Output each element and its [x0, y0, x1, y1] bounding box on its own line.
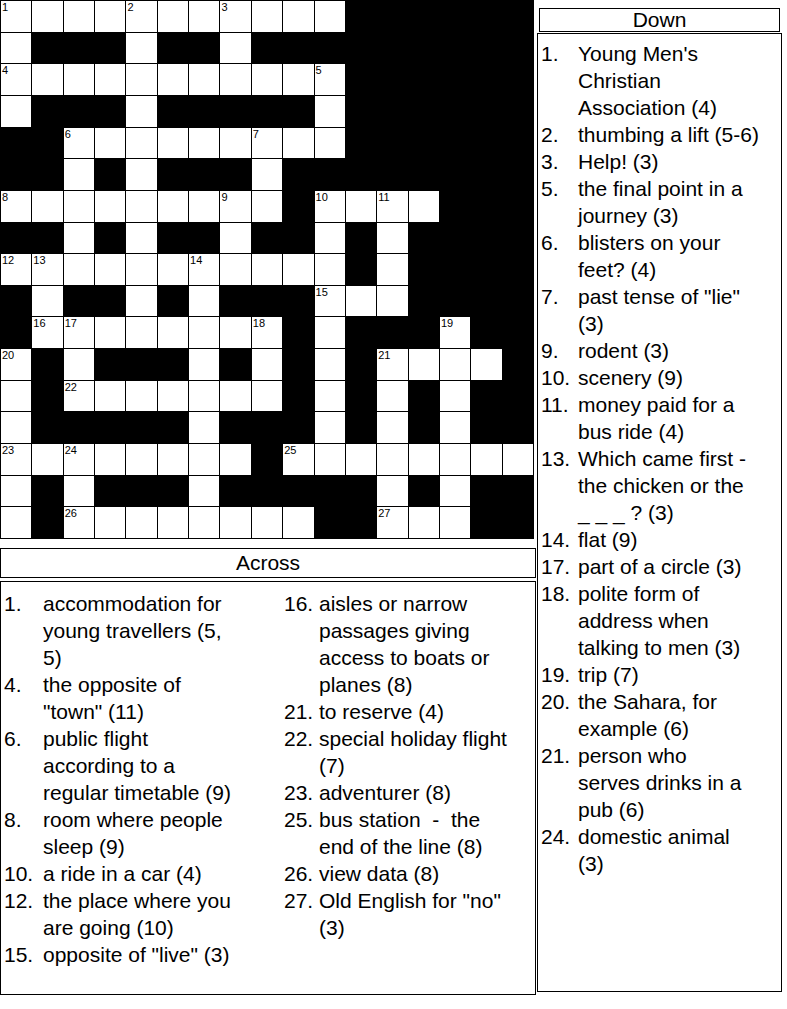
- clue-number: 1.: [541, 40, 578, 121]
- white-cell[interactable]: [64, 476, 95, 508]
- white-cell[interactable]: 10: [315, 191, 346, 223]
- white-cell[interactable]: [440, 349, 471, 381]
- cell-clue-number: 16: [33, 317, 45, 329]
- white-cell[interactable]: [189, 64, 220, 96]
- clue-number: 10.: [541, 364, 578, 391]
- cell-clue-number: 8: [2, 191, 8, 203]
- white-cell[interactable]: 20: [1, 349, 32, 381]
- white-cell[interactable]: [315, 254, 346, 286]
- white-cell[interactable]: [1, 96, 32, 128]
- white-cell[interactable]: [440, 476, 471, 508]
- black-cell: [503, 286, 534, 318]
- white-cell[interactable]: [315, 96, 346, 128]
- clue-down-24: 24.domestic animal (3): [541, 823, 779, 877]
- clue-across-4: 4.the opposite of "town" (11): [4, 671, 256, 725]
- black-cell: [252, 286, 283, 318]
- clue-number: 11.: [541, 391, 578, 445]
- clue-text: view data (8): [319, 860, 534, 887]
- white-cell[interactable]: [471, 444, 502, 476]
- clue-number: 8.: [4, 806, 43, 860]
- white-cell[interactable]: [409, 349, 440, 381]
- black-cell: [32, 96, 63, 128]
- white-cell[interactable]: [64, 191, 95, 223]
- clue-down-19: 19.trip (7): [541, 661, 779, 688]
- white-cell[interactable]: 15: [315, 286, 346, 318]
- white-cell[interactable]: 12: [1, 254, 32, 286]
- clue-text: part of a circle (3): [578, 553, 774, 580]
- white-cell[interactable]: [95, 1, 126, 33]
- white-cell[interactable]: 21: [377, 349, 408, 381]
- white-cell[interactable]: [158, 1, 189, 33]
- white-cell[interactable]: [315, 317, 346, 349]
- white-cell[interactable]: [1, 412, 32, 444]
- black-cell: [1, 317, 32, 349]
- clue-text: accommodation for young travellers (5, 5…: [43, 590, 254, 671]
- clue-down-5: 5.the final point in a journey (3): [541, 175, 779, 229]
- white-cell[interactable]: [64, 349, 95, 381]
- white-cell[interactable]: [189, 286, 220, 318]
- white-cell[interactable]: [1, 33, 32, 65]
- clue-text: to reserve (4): [319, 698, 534, 725]
- white-cell[interactable]: [220, 128, 251, 160]
- white-cell[interactable]: 17: [64, 317, 95, 349]
- black-cell: [471, 223, 502, 255]
- across-title: Across: [236, 551, 300, 574]
- black-cell: [1, 223, 32, 255]
- black-cell: [158, 33, 189, 65]
- white-cell[interactable]: [409, 191, 440, 223]
- white-cell[interactable]: [95, 128, 126, 160]
- white-cell[interactable]: [283, 1, 314, 33]
- white-cell[interactable]: [377, 476, 408, 508]
- white-cell[interactable]: [126, 444, 157, 476]
- white-cell[interactable]: [158, 444, 189, 476]
- black-cell: [471, 286, 502, 318]
- cell-clue-number: 22: [65, 381, 77, 393]
- clue-across-27: 27.Old English for "no" (3): [284, 887, 535, 941]
- black-cell: [346, 254, 377, 286]
- black-cell: [32, 223, 63, 255]
- white-cell[interactable]: [189, 507, 220, 539]
- black-cell: [440, 223, 471, 255]
- black-cell: [95, 286, 126, 318]
- cell-clue-number: 27: [378, 507, 390, 519]
- white-cell[interactable]: [158, 317, 189, 349]
- white-cell[interactable]: [126, 254, 157, 286]
- white-cell[interactable]: [346, 286, 377, 318]
- black-cell: [503, 317, 534, 349]
- white-cell[interactable]: [440, 412, 471, 444]
- black-cell: [220, 412, 251, 444]
- cell-clue-number: 14: [190, 254, 202, 266]
- clue-text: a ride in a car (4): [43, 860, 254, 887]
- white-cell[interactable]: [95, 191, 126, 223]
- white-cell[interactable]: [315, 381, 346, 413]
- white-cell[interactable]: [189, 191, 220, 223]
- black-cell: [409, 254, 440, 286]
- white-cell[interactable]: [252, 191, 283, 223]
- clue-text: Old English for "no" (3): [319, 887, 534, 941]
- white-cell[interactable]: [220, 64, 251, 96]
- clue-number: 20.: [541, 688, 578, 742]
- white-cell[interactable]: [220, 254, 251, 286]
- black-cell: [346, 317, 377, 349]
- white-cell[interactable]: 11: [377, 191, 408, 223]
- white-cell[interactable]: [95, 64, 126, 96]
- white-cell[interactable]: [189, 444, 220, 476]
- white-cell[interactable]: 4: [1, 64, 32, 96]
- white-cell[interactable]: 27: [377, 507, 408, 539]
- white-cell[interactable]: [377, 223, 408, 255]
- white-cell[interactable]: [126, 286, 157, 318]
- clue-text: past tense of "lie" (3): [578, 283, 774, 337]
- black-cell: [64, 96, 95, 128]
- black-cell: [440, 64, 471, 96]
- white-cell[interactable]: [220, 444, 251, 476]
- black-cell: [158, 349, 189, 381]
- black-cell: [283, 223, 314, 255]
- clue-text: the final point in a journey (3): [578, 175, 774, 229]
- white-cell[interactable]: [220, 223, 251, 255]
- white-cell[interactable]: [189, 128, 220, 160]
- cell-clue-number: 1: [2, 1, 8, 13]
- white-cell[interactable]: [220, 381, 251, 413]
- white-cell[interactable]: [64, 159, 95, 191]
- black-cell: [189, 159, 220, 191]
- white-cell[interactable]: [220, 33, 251, 65]
- black-cell: [440, 191, 471, 223]
- clue-text: aisles or narrow passages giving access …: [319, 590, 534, 698]
- white-cell[interactable]: [189, 476, 220, 508]
- clue-number: 2.: [541, 121, 578, 148]
- clue-down-13: 13.Which came first - the chicken or the…: [541, 445, 779, 526]
- white-cell[interactable]: [377, 412, 408, 444]
- white-cell[interactable]: [64, 64, 95, 96]
- white-cell[interactable]: [95, 444, 126, 476]
- clue-across-22: 22.special holiday flight (7): [284, 725, 535, 779]
- white-cell[interactable]: [126, 159, 157, 191]
- white-cell[interactable]: [377, 444, 408, 476]
- white-cell[interactable]: [126, 96, 157, 128]
- white-cell[interactable]: 6: [64, 128, 95, 160]
- black-cell: [252, 476, 283, 508]
- white-cell[interactable]: [346, 444, 377, 476]
- clue-text: Help! (3): [578, 148, 774, 175]
- clue-number: 21.: [284, 698, 319, 725]
- clue-number: 12.: [4, 887, 43, 941]
- black-cell: [1, 128, 32, 160]
- white-cell[interactable]: [126, 128, 157, 160]
- black-cell: [126, 412, 157, 444]
- clue-text: person who serves drinks in a pub (6): [578, 742, 774, 823]
- clue-text: the place where you are going (10): [43, 887, 254, 941]
- down-clues-panel: 1.Young Men's Christian Association (4)2…: [537, 33, 782, 992]
- white-cell[interactable]: [126, 223, 157, 255]
- white-cell[interactable]: [158, 254, 189, 286]
- black-cell: [409, 64, 440, 96]
- clue-number: 26.: [284, 860, 319, 887]
- white-cell[interactable]: 2: [126, 1, 157, 33]
- black-cell: [346, 33, 377, 65]
- white-cell[interactable]: [409, 507, 440, 539]
- white-cell[interactable]: [95, 317, 126, 349]
- clue-number: 21.: [541, 742, 578, 823]
- black-cell: [409, 476, 440, 508]
- black-cell: [471, 476, 502, 508]
- white-cell[interactable]: [126, 64, 157, 96]
- white-cell[interactable]: [32, 191, 63, 223]
- black-cell: [189, 33, 220, 65]
- cell-clue-number: 21: [378, 349, 390, 361]
- black-cell: [95, 223, 126, 255]
- clue-across-10: 10.a ride in a car (4): [4, 860, 256, 887]
- white-cell[interactable]: [1, 507, 32, 539]
- black-cell: [346, 349, 377, 381]
- black-cell: [346, 159, 377, 191]
- white-cell[interactable]: [283, 254, 314, 286]
- black-cell: [346, 64, 377, 96]
- white-cell[interactable]: [440, 381, 471, 413]
- white-cell[interactable]: [315, 223, 346, 255]
- white-cell[interactable]: 9: [220, 191, 251, 223]
- white-cell[interactable]: 25: [283, 444, 314, 476]
- black-cell: [471, 64, 502, 96]
- clue-across-12: 12.the place where you are going (10): [4, 887, 256, 941]
- black-cell: [346, 412, 377, 444]
- white-cell[interactable]: [252, 254, 283, 286]
- clue-down-1: 1.Young Men's Christian Association (4): [541, 40, 779, 121]
- black-cell: [283, 317, 314, 349]
- black-cell: [471, 317, 502, 349]
- cell-clue-number: 19: [441, 317, 453, 329]
- clue-text: the Sahara, for example (6): [578, 688, 774, 742]
- cell-clue-number: 25: [284, 444, 296, 456]
- black-cell: [377, 317, 408, 349]
- black-cell: [409, 381, 440, 413]
- black-cell: [1, 159, 32, 191]
- cell-clue-number: 17: [65, 317, 77, 329]
- white-cell[interactable]: [315, 128, 346, 160]
- clue-text: trip (7): [578, 661, 774, 688]
- white-cell[interactable]: [126, 33, 157, 65]
- black-cell: [503, 381, 534, 413]
- black-cell: [503, 254, 534, 286]
- white-cell[interactable]: [315, 412, 346, 444]
- white-cell[interactable]: [377, 286, 408, 318]
- white-cell[interactable]: 16: [32, 317, 63, 349]
- clue-number: 3.: [541, 148, 578, 175]
- cell-clue-number: 5: [316, 64, 322, 76]
- white-cell[interactable]: [64, 223, 95, 255]
- white-cell[interactable]: [32, 444, 63, 476]
- white-cell[interactable]: [346, 191, 377, 223]
- black-cell: [283, 286, 314, 318]
- black-cell: [346, 507, 377, 539]
- cell-clue-number: 7: [253, 128, 259, 140]
- white-cell[interactable]: [377, 381, 408, 413]
- black-cell: [377, 128, 408, 160]
- white-cell[interactable]: [158, 64, 189, 96]
- white-cell[interactable]: [32, 64, 63, 96]
- black-cell: [346, 1, 377, 33]
- white-cell[interactable]: [189, 381, 220, 413]
- black-cell: [503, 412, 534, 444]
- clue-down-20: 20.the Sahara, for example (6): [541, 688, 779, 742]
- black-cell: [95, 33, 126, 65]
- clue-number: 1.: [4, 590, 43, 671]
- clue-across-1: 1.accommodation for young travellers (5,…: [4, 590, 256, 671]
- white-cell[interactable]: [1, 381, 32, 413]
- white-cell[interactable]: [32, 286, 63, 318]
- white-cell[interactable]: [158, 191, 189, 223]
- white-cell[interactable]: [252, 349, 283, 381]
- white-cell[interactable]: 18: [252, 317, 283, 349]
- white-cell[interactable]: [377, 254, 408, 286]
- clue-number: 19.: [541, 661, 578, 688]
- clue-across-23: 23.adventurer (8): [284, 779, 535, 806]
- white-cell[interactable]: [64, 1, 95, 33]
- white-cell[interactable]: [503, 444, 534, 476]
- white-cell[interactable]: [189, 317, 220, 349]
- clue-text: flat (9): [578, 526, 774, 553]
- white-cell[interactable]: 13: [32, 254, 63, 286]
- crossword-page: { "game": "crossword", "colors": { "blac…: [0, 0, 787, 1009]
- white-cell[interactable]: [126, 191, 157, 223]
- clue-text: Which came first - the chicken or the _ …: [578, 445, 774, 526]
- white-cell[interactable]: [409, 444, 440, 476]
- cell-clue-number: 18: [253, 317, 265, 329]
- white-cell[interactable]: 24: [64, 444, 95, 476]
- white-cell[interactable]: [95, 507, 126, 539]
- black-cell: [283, 412, 314, 444]
- cell-clue-number: 9: [221, 191, 227, 203]
- black-cell: [158, 96, 189, 128]
- white-cell[interactable]: [158, 381, 189, 413]
- clue-text: polite form of address when talking to m…: [578, 580, 774, 661]
- white-cell[interactable]: [220, 317, 251, 349]
- clue-number: 15.: [4, 941, 43, 968]
- white-cell[interactable]: [440, 507, 471, 539]
- down-header: Down: [539, 8, 780, 32]
- clue-number: 4.: [4, 671, 43, 725]
- white-cell[interactable]: [220, 507, 251, 539]
- black-cell: [503, 476, 534, 508]
- clue-number: 9.: [541, 337, 578, 364]
- black-cell: [440, 1, 471, 33]
- clue-down-14: 14.flat (9): [541, 526, 779, 553]
- black-cell: [252, 96, 283, 128]
- cell-clue-number: 3: [221, 1, 227, 13]
- clue-across-26: 26.view data (8): [284, 860, 535, 887]
- white-cell[interactable]: [158, 507, 189, 539]
- white-cell[interactable]: [126, 381, 157, 413]
- clue-down-18: 18.polite form of address when talking t…: [541, 580, 779, 661]
- black-cell: [315, 476, 346, 508]
- white-cell[interactable]: [440, 444, 471, 476]
- white-cell[interactable]: [252, 381, 283, 413]
- white-cell[interactable]: [126, 317, 157, 349]
- black-cell: [315, 33, 346, 65]
- black-cell: [377, 64, 408, 96]
- black-cell: [32, 349, 63, 381]
- clue-text: special holiday flight (7): [319, 725, 534, 779]
- white-cell[interactable]: 26: [64, 507, 95, 539]
- clue-across-16: 16.aisles or narrow passages giving acce…: [284, 590, 535, 698]
- white-cell[interactable]: [252, 507, 283, 539]
- white-cell[interactable]: [95, 381, 126, 413]
- clue-down-9: 9.rodent (3): [541, 337, 779, 364]
- white-cell[interactable]: 8: [1, 191, 32, 223]
- white-cell[interactable]: [471, 349, 502, 381]
- white-cell[interactable]: 7: [252, 128, 283, 160]
- white-cell[interactable]: [189, 412, 220, 444]
- white-cell[interactable]: [32, 1, 63, 33]
- white-cell[interactable]: [126, 507, 157, 539]
- black-cell: [440, 286, 471, 318]
- white-cell[interactable]: 1: [1, 1, 32, 33]
- white-cell[interactable]: [283, 507, 314, 539]
- black-cell: [189, 223, 220, 255]
- black-cell: [377, 96, 408, 128]
- white-cell[interactable]: [189, 1, 220, 33]
- black-cell: [283, 33, 314, 65]
- cell-clue-number: 13: [33, 254, 45, 266]
- clue-number: 18.: [541, 580, 578, 661]
- white-cell[interactable]: [1, 476, 32, 508]
- black-cell: [126, 476, 157, 508]
- white-cell[interactable]: 23: [1, 444, 32, 476]
- clue-number: 24.: [541, 823, 578, 877]
- white-cell[interactable]: [283, 128, 314, 160]
- black-cell: [189, 96, 220, 128]
- clue-down-11: 11.money paid for a bus ride (4): [541, 391, 779, 445]
- clue-number: 23.: [284, 779, 319, 806]
- black-cell: [283, 159, 314, 191]
- white-cell[interactable]: [252, 64, 283, 96]
- white-cell[interactable]: [252, 159, 283, 191]
- black-cell: [158, 286, 189, 318]
- black-cell: [409, 96, 440, 128]
- white-cell[interactable]: [252, 1, 283, 33]
- cell-clue-number: 15: [316, 286, 328, 298]
- black-cell: [64, 33, 95, 65]
- black-cell: [503, 64, 534, 96]
- white-cell[interactable]: 22: [64, 381, 95, 413]
- across-clues-column-2: 16.aisles or narrow passages giving acce…: [284, 590, 535, 941]
- black-cell: [315, 507, 346, 539]
- black-cell: [409, 159, 440, 191]
- white-cell[interactable]: [315, 444, 346, 476]
- white-cell[interactable]: 19: [440, 317, 471, 349]
- black-cell: [283, 381, 314, 413]
- clue-text: public flight according to a regular tim…: [43, 725, 254, 806]
- white-cell[interactable]: [158, 128, 189, 160]
- white-cell[interactable]: [95, 254, 126, 286]
- white-cell[interactable]: [189, 349, 220, 381]
- white-cell[interactable]: [64, 254, 95, 286]
- black-cell: [346, 381, 377, 413]
- white-cell[interactable]: [315, 1, 346, 33]
- white-cell[interactable]: [315, 349, 346, 381]
- cell-clue-number: 26: [65, 507, 77, 519]
- white-cell[interactable]: 3: [220, 1, 251, 33]
- white-cell[interactable]: [283, 64, 314, 96]
- black-cell: [283, 96, 314, 128]
- black-cell: [440, 96, 471, 128]
- white-cell[interactable]: 5: [315, 64, 346, 96]
- clue-number: 27.: [284, 887, 319, 941]
- white-cell[interactable]: 14: [189, 254, 220, 286]
